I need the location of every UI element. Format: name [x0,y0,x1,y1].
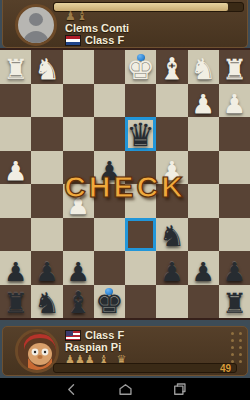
netherlands-flag-icon [65,35,81,46]
board-square[interactable]: ♟ [219,251,250,285]
king-blue-top-marker [137,54,145,61]
board-square[interactable]: ♜ [219,50,250,84]
chess-app-screen: ♟♝ Clems Conti Class F ♜♞♚♝♞♜♟♟♛♟♟♟♟♞♟♟♟… [0,0,250,400]
board-square[interactable]: ♟ [188,251,219,285]
black-bishop: ♝ [65,288,92,318]
bottom-player-name: Raspian Pi [65,341,130,353]
bottom-player-area: Class F Raspian Pi ♟♟♟♝♛ 49 [0,320,250,378]
board-square[interactable] [188,285,219,319]
board-square[interactable] [94,50,125,84]
captured-bishop-icon: ♝ [77,9,89,23]
recents-icon[interactable] [171,381,187,397]
board-square[interactable] [63,218,94,252]
panel-grip-dots [231,332,243,363]
top-player-name: Clems Conti [65,22,129,34]
black-king: ♚ [95,286,124,318]
android-nav-bar [0,378,250,400]
bottom-player-timer: 49 [53,363,237,373]
board-square[interactable] [219,117,250,151]
top-player-class: Class F [85,34,124,46]
black-pawn: ♟ [223,259,246,285]
bottom-player-class: Class F [85,329,124,341]
white-knight: ♞ [34,55,60,84]
black-pawn: ♟ [160,259,183,285]
white-pawn: ♟ [223,91,246,117]
board-square[interactable]: ♟ [0,251,31,285]
board-square[interactable]: ♜ [0,285,31,319]
board-square[interactable] [63,117,94,151]
black-pawn: ♟ [191,259,214,285]
board-square[interactable] [0,117,31,151]
black-queen: ♛ [126,119,155,151]
avatar-person-icon [29,13,43,26]
home-icon[interactable] [117,381,133,397]
board-square[interactable] [125,218,156,252]
usa-flag-icon [65,330,81,341]
board-square[interactable]: ♚ [125,50,156,84]
board-square[interactable]: ♝ [63,285,94,319]
white-knight: ♞ [190,55,216,84]
black-pawn: ♟ [4,259,27,285]
board-square[interactable]: ♚ [94,285,125,319]
board-square[interactable] [31,218,62,252]
board-square[interactable]: ♛ [125,117,156,151]
board-square[interactable]: ♝ [156,50,187,84]
white-bishop: ♝ [158,54,185,84]
bottom-player-timer-value: 49 [220,363,231,373]
board-square[interactable] [156,84,187,118]
board-square[interactable] [63,84,94,118]
board-square[interactable]: ♞ [188,50,219,84]
black-pawn: ♟ [35,259,58,285]
board-square[interactable]: ♜ [219,285,250,319]
white-rook: ♜ [3,56,28,84]
board-square[interactable]: ♟ [31,251,62,285]
white-pawn: ♟ [191,91,214,117]
back-icon[interactable] [63,381,79,397]
board-square[interactable] [63,50,94,84]
board-square[interactable] [94,218,125,252]
black-pawn: ♟ [66,259,89,285]
board-square[interactable] [125,285,156,319]
black-knight: ♞ [34,289,60,318]
top-player-panel: ♟♝ Clems Conti Class F [2,0,248,48]
top-player-captured-tray: ♟♝ [65,10,129,22]
board-square[interactable] [156,117,187,151]
board-square[interactable] [94,251,125,285]
bottom-player-panel: Class F Raspian Pi ♟♟♟♝♛ 49 [2,326,248,376]
board-square[interactable] [0,84,31,118]
board-square[interactable] [94,117,125,151]
top-player-area: ♟♝ Clems Conti Class F [0,0,250,50]
black-knight: ♞ [159,222,185,251]
captured-pawn-icon: ♟ [65,9,77,23]
board-square[interactable] [188,117,219,151]
board-square[interactable] [0,218,31,252]
board-square[interactable] [31,117,62,151]
board-square[interactable] [125,251,156,285]
board-square[interactable] [125,84,156,118]
board-square[interactable] [31,84,62,118]
board-square[interactable]: ♟ [63,251,94,285]
white-king: ♚ [126,52,155,84]
board-square[interactable]: ♟ [156,251,187,285]
board-square[interactable]: ♟ [188,84,219,118]
top-player-avatar [15,4,57,46]
board-square[interactable] [188,218,219,252]
board-square[interactable] [94,84,125,118]
check-banner: CHECK [0,170,250,204]
king-blue-top-marker [105,288,113,295]
board-square[interactable]: ♟ [219,84,250,118]
board-square[interactable]: ♞ [31,50,62,84]
board-square[interactable]: ♞ [31,285,62,319]
board-square[interactable]: ♞ [156,218,187,252]
board-square[interactable] [219,218,250,252]
black-rook: ♜ [3,290,28,318]
board-square[interactable]: ♜ [0,50,31,84]
black-rook: ♜ [222,290,247,318]
white-rook: ♜ [222,56,247,84]
board-square[interactable] [156,285,187,319]
